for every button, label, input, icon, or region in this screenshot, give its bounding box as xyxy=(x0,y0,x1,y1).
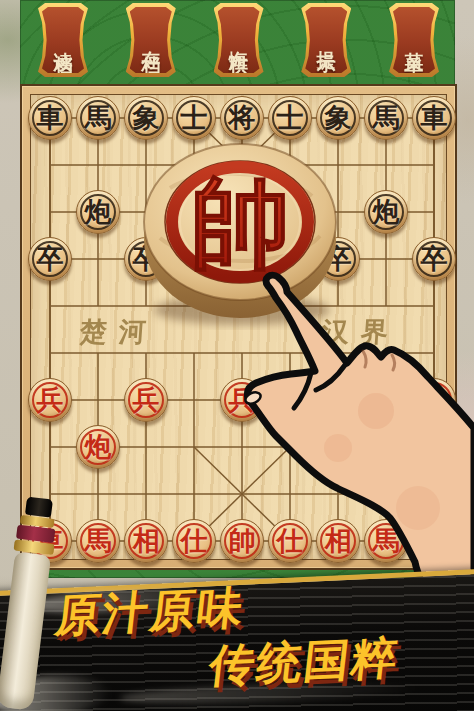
app-screen: 读档存档悔棋提示菜单 楚河 汉界 車馬象士将士象馬車炮炮卒卒卒卒卒兵兵兵兵兵炮炮… xyxy=(0,0,474,711)
piece-black-chariot[interactable]: 車 xyxy=(28,96,72,140)
piece-black-chariot[interactable]: 車 xyxy=(412,96,456,140)
toolbar-button-label: 菜单 xyxy=(401,36,427,44)
piece-character: 士 xyxy=(277,105,304,132)
toolbar-button-load[interactable]: 读档 xyxy=(38,3,88,77)
piece-character: 炮 xyxy=(85,434,112,461)
pointing-hand xyxy=(226,256,474,588)
toolbar-button-hint[interactable]: 提示 xyxy=(301,3,351,77)
piece-black-cannon[interactable]: 炮 xyxy=(76,190,120,234)
brush-shaft xyxy=(0,552,51,711)
piece-red-soldier[interactable]: 兵 xyxy=(124,378,168,422)
toolbar-button-face: 存档 xyxy=(130,7,172,73)
piece-character: 士 xyxy=(181,105,208,132)
piece-black-horse[interactable]: 馬 xyxy=(364,96,408,140)
toolbar-button-undo[interactable]: 悔棋 xyxy=(214,3,264,77)
piece-red-cannon[interactable]: 炮 xyxy=(76,425,120,469)
piece-character: 象 xyxy=(325,105,352,132)
piece-red-soldier[interactable]: 兵 xyxy=(28,378,72,422)
piece-character: 兵 xyxy=(133,387,160,414)
piece-black-elephant[interactable]: 象 xyxy=(316,96,360,140)
toolbar-button-face: 读档 xyxy=(42,7,84,73)
piece-character: 仕 xyxy=(181,528,208,555)
piece-character: 象 xyxy=(133,105,160,132)
piece-character: 卒 xyxy=(37,246,64,273)
piece-character: 兵 xyxy=(37,387,64,414)
piece-character: 車 xyxy=(421,105,448,132)
piece-black-soldier[interactable]: 卒 xyxy=(28,237,72,281)
toolbar-button-label: 读档 xyxy=(50,36,76,44)
toolbar-button-label: 悔棋 xyxy=(226,36,252,44)
piece-character: 将 xyxy=(229,105,256,132)
piece-black-general[interactable]: 将 xyxy=(220,96,264,140)
toolbar-button-face: 菜单 xyxy=(393,7,435,73)
banner-line-2: 传统国粹 xyxy=(206,628,402,696)
brush-cap xyxy=(25,497,53,518)
piece-black-horse[interactable]: 馬 xyxy=(76,96,120,140)
piece-character: 炮 xyxy=(373,199,400,226)
piece-black-advisor[interactable]: 士 xyxy=(172,96,216,140)
piece-black-advisor[interactable]: 士 xyxy=(268,96,312,140)
piece-character: 馬 xyxy=(373,105,400,132)
toolbar-button-label: 存档 xyxy=(138,36,164,44)
piece-black-elephant[interactable]: 象 xyxy=(124,96,168,140)
piece-black-cannon[interactable]: 炮 xyxy=(364,190,408,234)
toolbar-button-face: 提示 xyxy=(305,7,347,73)
piece-character: 馬 xyxy=(85,528,112,555)
piece-character: 車 xyxy=(37,105,64,132)
toolbar-button-save[interactable]: 存档 xyxy=(126,3,176,77)
promo-banner: 原汁原味 传统国粹 xyxy=(0,556,474,711)
piece-character: 炮 xyxy=(85,199,112,226)
toolbar-button-label: 提示 xyxy=(313,36,339,44)
toolbar-button-menu[interactable]: 菜单 xyxy=(389,3,439,77)
toolbar-button-face: 悔棋 xyxy=(218,7,260,73)
piece-character: 馬 xyxy=(85,105,112,132)
toolbar: 读档存档悔棋提示菜单 xyxy=(22,0,455,84)
piece-character: 相 xyxy=(133,528,160,555)
